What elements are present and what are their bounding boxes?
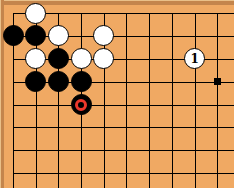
black-stone [71,71,92,92]
black-stone [48,48,69,69]
stones-layer: 1 [0,0,234,188]
white-stone [71,48,92,69]
white-stone [93,25,114,46]
black-stone [3,25,24,46]
black-stone [71,94,92,115]
white-stone [25,48,46,69]
white-stone-label-1: 1 [184,48,205,69]
black-stone [25,71,46,92]
white-stone [25,3,46,24]
white-stone [93,48,114,69]
black-stone [25,25,46,46]
go-diagram: 1 [0,0,234,188]
white-stone [48,25,69,46]
star-point [214,78,221,85]
black-stone [48,71,69,92]
circle-marker [75,99,87,111]
